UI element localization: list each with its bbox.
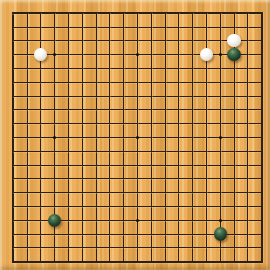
stone-white-P16[interactable] <box>200 48 213 61</box>
star-point <box>136 53 139 56</box>
stone-black-R16[interactable] <box>227 48 240 61</box>
stone-black-Q3[interactable] <box>214 227 227 240</box>
star-point <box>136 136 139 139</box>
grid-line-vertical <box>151 13 152 261</box>
star-point <box>53 53 56 56</box>
grid-line-vertical <box>178 13 179 261</box>
star-point <box>136 219 139 222</box>
star-point <box>219 53 222 56</box>
star-point <box>219 136 222 139</box>
grid-line-horizontal <box>13 192 261 193</box>
grid-line-horizontal <box>13 165 261 166</box>
grid-line-horizontal <box>12 261 262 263</box>
grid-line-horizontal <box>13 151 261 152</box>
go-board[interactable] <box>0 0 270 270</box>
grid-line-vertical <box>247 13 248 261</box>
grid-line-horizontal <box>13 247 261 248</box>
stone-white-C16[interactable] <box>34 48 47 61</box>
grid-line-vertical <box>261 12 263 262</box>
star-point <box>219 219 222 222</box>
go-grid <box>13 13 261 261</box>
grid-line-vertical <box>192 13 193 261</box>
star-point <box>53 136 56 139</box>
grid-line-horizontal <box>13 206 261 207</box>
grid-line-horizontal <box>13 178 261 179</box>
go-app <box>0 0 270 270</box>
grid-line-vertical <box>165 13 166 261</box>
stone-black-D4[interactable] <box>48 214 61 227</box>
stone-white-R17[interactable] <box>227 34 240 47</box>
